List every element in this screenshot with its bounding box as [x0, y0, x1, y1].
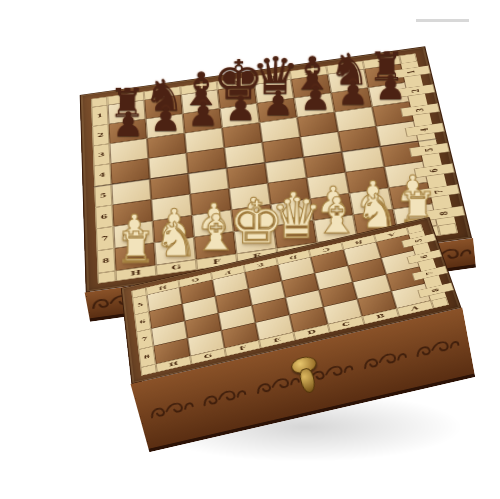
piece-black-pawn[interactable]: ♟: [375, 72, 407, 103]
square-d7[interactable]: [285, 290, 323, 315]
square-d3[interactable]: [260, 117, 301, 142]
carving-scroll-icon: [254, 373, 301, 397]
piece-black-pawn[interactable]: ♟: [225, 93, 257, 124]
carving-scroll-icon: [200, 385, 247, 409]
carving-scroll-icon: [360, 348, 407, 372]
file-label-near: G: [190, 348, 226, 364]
piece-white-bishop[interactable]: ♝: [314, 194, 361, 239]
piece-black-pawn[interactable]: ♟: [112, 109, 144, 140]
square-g2[interactable]: ♟: [146, 114, 185, 139]
border-corner: [438, 223, 458, 235]
square-e3[interactable]: [222, 123, 262, 148]
piece-black-pawn[interactable]: ♟: [337, 78, 369, 109]
square-f2[interactable]: ♟: [183, 109, 222, 134]
square-g3[interactable]: [147, 133, 186, 158]
piece-black-pawn[interactable]: ♟: [150, 104, 182, 135]
rank-label-left: 4: [94, 164, 112, 187]
square-c4[interactable]: [300, 132, 342, 157]
rank-label-left: 1: [91, 105, 108, 126]
rank-label-left: 2: [92, 124, 109, 146]
square-c3[interactable]: [297, 112, 338, 137]
border-corner: [431, 297, 449, 308]
closed-chess-box-scene: HGFEDCBA55667788HGFEDCBA: [104, 242, 500, 497]
rank-label-left: 6: [95, 205, 113, 229]
square-h4[interactable]: [110, 158, 149, 184]
carving-scroll-icon: [414, 336, 461, 360]
piece-black-pawn[interactable]: ♟: [187, 99, 219, 130]
square-c2[interactable]: ♟: [294, 93, 335, 117]
carving-scroll-icon: [147, 398, 195, 422]
rank-label-left: 3: [93, 144, 111, 166]
border-corner: [407, 224, 424, 234]
square-b3[interactable]: [335, 107, 376, 132]
rank-label-right: 6: [406, 249, 442, 264]
square-f3[interactable]: [184, 128, 224, 153]
piece-black-pawn[interactable]: ♟: [300, 83, 332, 114]
border-corner: [140, 364, 156, 376]
piece-black-pawn[interactable]: ♟: [262, 88, 294, 119]
rank-label-left: 5: [94, 184, 112, 207]
